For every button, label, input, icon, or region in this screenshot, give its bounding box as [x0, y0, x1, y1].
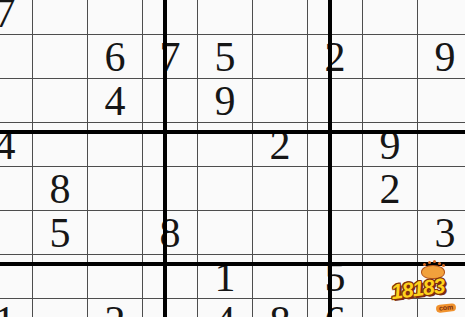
cell-r1c3[interactable] [88, 0, 143, 35]
cell-r2c8[interactable] [363, 35, 418, 79]
cell-r3c2[interactable] [33, 79, 88, 123]
cell-r2c7[interactable]: 2 [308, 35, 363, 79]
cell-r8c1[interactable]: 1 [0, 299, 33, 317]
cell-r2c3[interactable]: 6 [88, 35, 143, 79]
cell-r2c9[interactable]: 9 [418, 35, 465, 79]
cell-r3c8[interactable] [363, 79, 418, 123]
cell-r2c5[interactable]: 5 [198, 35, 253, 79]
cell-r6c4[interactable]: 8 [143, 211, 198, 255]
thick-grid-line-vertical-1 [163, 0, 167, 317]
cell-r3c7[interactable] [308, 79, 363, 123]
watermark-text: 18183 [390, 274, 446, 304]
cell-r6c2[interactable]: 5 [33, 211, 88, 255]
cell-r1c8[interactable] [363, 0, 418, 35]
cell-r1c1[interactable]: 7 [0, 0, 33, 35]
cell-r3c5[interactable]: 9 [198, 79, 253, 123]
cell-r1c2[interactable] [33, 0, 88, 35]
cell-r6c6[interactable] [253, 211, 308, 255]
cell-r1c4[interactable] [143, 0, 198, 35]
cell-r5c3[interactable] [88, 167, 143, 211]
cell-r5c7[interactable] [308, 167, 363, 211]
cell-r5c9[interactable] [418, 167, 465, 211]
cell-r6c5[interactable] [198, 211, 253, 255]
cell-r8c7[interactable]: 6 [308, 299, 363, 317]
cell-r8c6[interactable]: 8 [253, 299, 308, 317]
cell-r3c4[interactable] [143, 79, 198, 123]
cell-r3c3[interactable]: 4 [88, 79, 143, 123]
thick-grid-line-vertical-2 [328, 0, 332, 317]
cell-r1c5[interactable] [198, 0, 253, 35]
cell-r8c3[interactable]: 2 [88, 299, 143, 317]
sudoku-screenshot: 76752949429825831512486 18183 com [0, 0, 465, 317]
cell-r6c9[interactable]: 3 [418, 211, 465, 255]
cell-r2c6[interactable] [253, 35, 308, 79]
cell-r2c4[interactable]: 7 [143, 35, 198, 79]
cell-r8c4[interactable] [143, 299, 198, 317]
cell-r6c3[interactable] [88, 211, 143, 255]
cell-r5c5[interactable] [198, 167, 253, 211]
cell-r8c5[interactable]: 4 [198, 299, 253, 317]
cell-r1c6[interactable] [253, 0, 308, 35]
cell-r6c7[interactable] [308, 211, 363, 255]
cell-r5c8[interactable]: 2 [363, 167, 418, 211]
cell-r6c1[interactable] [0, 211, 33, 255]
cell-r3c9[interactable] [418, 79, 465, 123]
cell-r2c1[interactable] [0, 35, 33, 79]
cell-r1c7[interactable] [308, 0, 363, 35]
cell-r5c1[interactable] [0, 167, 33, 211]
cell-r3c6[interactable] [253, 79, 308, 123]
cell-r2c2[interactable] [33, 35, 88, 79]
cell-r1c9[interactable] [418, 0, 465, 35]
cell-r8c2[interactable] [33, 299, 88, 317]
cell-r6c8[interactable] [363, 211, 418, 255]
thick-grid-line-horizontal-1 [0, 130, 465, 134]
watermark-logo-18183: 18183 com [390, 261, 464, 313]
watermark-badge: com [435, 303, 456, 313]
cell-r3c1[interactable] [0, 79, 33, 123]
cell-r5c6[interactable] [253, 167, 308, 211]
cell-r5c2[interactable]: 8 [33, 167, 88, 211]
cell-r5c4[interactable] [143, 167, 198, 211]
